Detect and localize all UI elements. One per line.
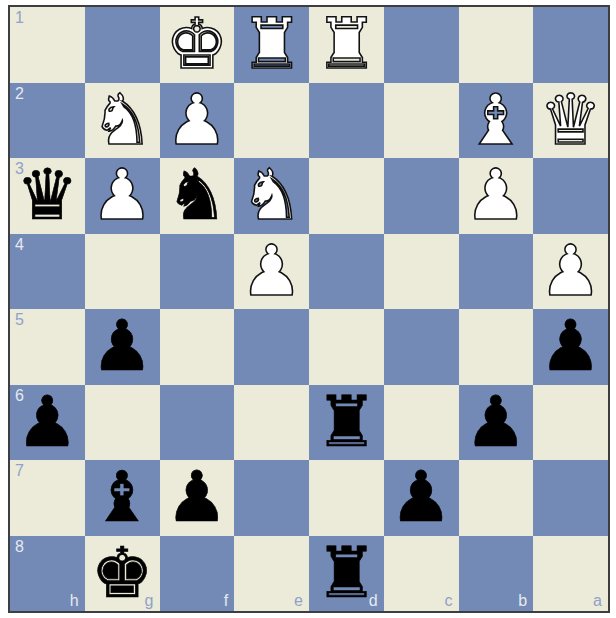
piece-white-pawn-icon[interactable]: ♟ bbox=[464, 158, 527, 233]
square-d5[interactable] bbox=[309, 309, 384, 385]
piece-black-pawn-icon[interactable]: ♟ bbox=[390, 460, 453, 535]
square-e3[interactable]: ♞ bbox=[234, 158, 309, 234]
rank-label-2: 2 bbox=[15, 86, 24, 102]
piece-white-rook-icon[interactable]: ♜ bbox=[240, 7, 303, 82]
square-h1[interactable]: 1 bbox=[10, 7, 85, 83]
piece-white-bishop-icon[interactable]: ♝ bbox=[464, 83, 527, 158]
piece-white-knight-icon[interactable]: ♞ bbox=[91, 83, 154, 158]
square-b2[interactable]: ♝ bbox=[459, 83, 534, 159]
square-d7[interactable] bbox=[309, 460, 384, 536]
square-a5[interactable]: ♟ bbox=[533, 309, 608, 385]
square-f4[interactable] bbox=[160, 234, 235, 310]
piece-white-knight-icon[interactable]: ♞ bbox=[240, 158, 303, 233]
piece-white-pawn-icon[interactable]: ♟ bbox=[539, 234, 602, 309]
square-c1[interactable] bbox=[384, 7, 459, 83]
square-e4[interactable]: ♟ bbox=[234, 234, 309, 310]
square-g4[interactable] bbox=[85, 234, 160, 310]
square-f8[interactable]: f bbox=[160, 536, 235, 612]
square-b6[interactable]: ♟ bbox=[459, 385, 534, 461]
chess-board: 1♚♜♜2♞♟♝♛3♛♟♞♞♟4♟♟5♟♟6♟♜♟7♝♟♟8hg♚fed♜cba bbox=[10, 7, 608, 611]
square-a4[interactable]: ♟ bbox=[533, 234, 608, 310]
square-e7[interactable] bbox=[234, 460, 309, 536]
square-e2[interactable] bbox=[234, 83, 309, 159]
rank-label-8: 8 bbox=[15, 539, 24, 555]
file-label-b: b bbox=[518, 593, 527, 609]
piece-black-pawn-icon[interactable]: ♟ bbox=[91, 309, 154, 384]
square-e8[interactable]: e bbox=[234, 536, 309, 612]
file-label-h: h bbox=[70, 593, 79, 609]
square-f5[interactable] bbox=[160, 309, 235, 385]
square-c7[interactable]: ♟ bbox=[384, 460, 459, 536]
piece-white-rook-icon[interactable]: ♜ bbox=[315, 7, 378, 82]
square-b5[interactable] bbox=[459, 309, 534, 385]
square-d4[interactable] bbox=[309, 234, 384, 310]
piece-white-queen-icon[interactable]: ♛ bbox=[539, 83, 602, 158]
square-b1[interactable] bbox=[459, 7, 534, 83]
square-c4[interactable] bbox=[384, 234, 459, 310]
square-h4[interactable]: 4 bbox=[10, 234, 85, 310]
square-g2[interactable]: ♞ bbox=[85, 83, 160, 159]
square-c3[interactable] bbox=[384, 158, 459, 234]
piece-black-bishop-icon[interactable]: ♝ bbox=[91, 460, 154, 535]
piece-black-pawn-icon[interactable]: ♟ bbox=[464, 385, 527, 460]
square-f3[interactable]: ♞ bbox=[160, 158, 235, 234]
square-d8[interactable]: d♜ bbox=[309, 536, 384, 612]
file-label-e: e bbox=[294, 593, 303, 609]
square-g3[interactable]: ♟ bbox=[85, 158, 160, 234]
square-f1[interactable]: ♚ bbox=[160, 7, 235, 83]
square-f2[interactable]: ♟ bbox=[160, 83, 235, 159]
square-h8[interactable]: 8h bbox=[10, 536, 85, 612]
square-b4[interactable] bbox=[459, 234, 534, 310]
square-a1[interactable] bbox=[533, 7, 608, 83]
rank-label-7: 7 bbox=[15, 463, 24, 479]
square-c2[interactable] bbox=[384, 83, 459, 159]
square-d2[interactable] bbox=[309, 83, 384, 159]
square-b7[interactable] bbox=[459, 460, 534, 536]
square-f7[interactable]: ♟ bbox=[160, 460, 235, 536]
piece-black-pawn-icon[interactable]: ♟ bbox=[539, 309, 602, 384]
rank-label-5: 5 bbox=[15, 312, 24, 328]
piece-black-knight-icon[interactable]: ♞ bbox=[165, 158, 228, 233]
piece-white-pawn-icon[interactable]: ♟ bbox=[240, 234, 303, 309]
file-label-c: c bbox=[445, 593, 453, 609]
square-g7[interactable]: ♝ bbox=[85, 460, 160, 536]
file-label-f: f bbox=[224, 593, 228, 609]
piece-white-pawn-icon[interactable]: ♟ bbox=[165, 83, 228, 158]
square-a8[interactable]: a bbox=[533, 536, 608, 612]
square-d6[interactable]: ♜ bbox=[309, 385, 384, 461]
square-a6[interactable] bbox=[533, 385, 608, 461]
chess-board-frame: 1♚♜♜2♞♟♝♛3♛♟♞♞♟4♟♟5♟♟6♟♜♟7♝♟♟8hg♚fed♜cba bbox=[8, 5, 610, 613]
square-h6[interactable]: 6♟ bbox=[10, 385, 85, 461]
square-g1[interactable] bbox=[85, 7, 160, 83]
square-h5[interactable]: 5 bbox=[10, 309, 85, 385]
square-d3[interactable] bbox=[309, 158, 384, 234]
square-g8[interactable]: g♚ bbox=[85, 536, 160, 612]
rank-label-4: 4 bbox=[15, 237, 24, 253]
square-h2[interactable]: 2 bbox=[10, 83, 85, 159]
square-d1[interactable]: ♜ bbox=[309, 7, 384, 83]
piece-white-pawn-icon[interactable]: ♟ bbox=[91, 158, 154, 233]
square-f6[interactable] bbox=[160, 385, 235, 461]
square-e5[interactable] bbox=[234, 309, 309, 385]
square-e6[interactable] bbox=[234, 385, 309, 461]
piece-black-pawn-icon[interactable]: ♟ bbox=[165, 460, 228, 535]
square-h3[interactable]: 3♛ bbox=[10, 158, 85, 234]
piece-black-rook-icon[interactable]: ♜ bbox=[315, 385, 378, 460]
square-a3[interactable] bbox=[533, 158, 608, 234]
piece-black-king-icon[interactable]: ♚ bbox=[91, 536, 154, 611]
square-e1[interactable]: ♜ bbox=[234, 7, 309, 83]
square-c6[interactable] bbox=[384, 385, 459, 461]
square-b8[interactable]: b bbox=[459, 536, 534, 612]
piece-black-rook-icon[interactable]: ♜ bbox=[315, 536, 378, 611]
piece-black-queen-icon[interactable]: ♛ bbox=[16, 158, 79, 233]
square-c8[interactable]: c bbox=[384, 536, 459, 612]
piece-black-pawn-icon[interactable]: ♟ bbox=[16, 385, 79, 460]
square-c5[interactable] bbox=[384, 309, 459, 385]
square-g5[interactable]: ♟ bbox=[85, 309, 160, 385]
rank-label-1: 1 bbox=[15, 10, 24, 26]
square-h7[interactable]: 7 bbox=[10, 460, 85, 536]
square-g6[interactable] bbox=[85, 385, 160, 461]
square-a2[interactable]: ♛ bbox=[533, 83, 608, 159]
square-b3[interactable]: ♟ bbox=[459, 158, 534, 234]
piece-white-king-icon[interactable]: ♚ bbox=[165, 7, 228, 82]
file-label-a: a bbox=[593, 593, 602, 609]
square-a7[interactable] bbox=[533, 460, 608, 536]
